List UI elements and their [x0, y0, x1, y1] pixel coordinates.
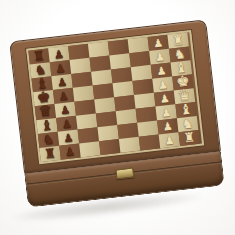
square-r7c2[interactable] — [79, 141, 100, 157]
black-rook: ♜ — [39, 145, 61, 162]
white-pawn: ♟ — [159, 133, 180, 148]
board-inlay-border: ♜♟♟♜♞♟♟♞♝♟♟♝♚♟♟♚♛♟♟♛♝♟♟♝♞♟♟♞♜♟♟♜ — [26, 30, 204, 164]
chess-case: ♜♟♟♜♞♟♟♞♝♟♟♝♚♟♟♚♛♟♟♛♝♟♟♝♞♟♟♞♜♟♟♜ — [9, 19, 225, 207]
square-r7c3[interactable] — [99, 139, 120, 155]
square-r7c6[interactable]: ♟ — [159, 132, 180, 148]
square-r7c4[interactable] — [119, 137, 140, 153]
chess-box-lid: ♜♟♟♜♞♟♟♞♝♟♟♝♚♟♟♚♛♟♟♛♝♟♟♝♞♟♟♞♜♟♟♜ — [9, 19, 221, 175]
brass-clasp-icon[interactable] — [115, 168, 134, 180]
black-pawn: ♟ — [59, 144, 80, 159]
square-r7c5[interactable] — [139, 134, 160, 150]
square-r7c0[interactable]: ♜ — [39, 146, 60, 162]
white-rook: ♜ — [178, 129, 200, 146]
chess-board: ♜♟♟♜♞♟♟♞♝♟♟♝♚♟♟♚♛♟♟♛♝♟♟♝♞♟♟♞♜♟♟♜ — [28, 33, 200, 162]
product-photo: ♜♟♟♜♞♟♟♞♝♟♟♝♚♟♟♚♛♟♟♛♝♟♟♝♞♟♟♞♜♟♟♜ — [0, 0, 235, 235]
square-r7c1[interactable]: ♟ — [59, 143, 80, 159]
square-r7c7[interactable]: ♜ — [179, 130, 200, 146]
